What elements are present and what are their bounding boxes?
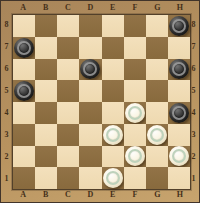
square-h2[interactable] xyxy=(168,146,190,168)
square-c1[interactable] xyxy=(57,167,79,189)
black-man-h4[interactable] xyxy=(169,103,189,123)
black-man-h8[interactable] xyxy=(169,16,189,36)
rank-label-6-left: 6 xyxy=(1,58,12,80)
file-label-d-top: D xyxy=(79,1,101,14)
black-man-a5[interactable] xyxy=(14,81,34,101)
square-c6[interactable] xyxy=(57,59,79,81)
square-f1[interactable] xyxy=(124,167,146,189)
square-d6[interactable] xyxy=(79,59,101,81)
square-g3[interactable] xyxy=(146,124,168,146)
square-h8[interactable] xyxy=(168,15,190,37)
white-man-f4[interactable] xyxy=(125,103,145,123)
square-a5[interactable] xyxy=(13,80,35,102)
square-h3[interactable] xyxy=(168,124,190,146)
square-a3[interactable] xyxy=(13,124,35,146)
square-b5[interactable] xyxy=(35,80,57,102)
square-a1[interactable] xyxy=(13,167,35,189)
square-a4[interactable] xyxy=(13,102,35,124)
square-h7[interactable] xyxy=(168,37,190,59)
square-e1[interactable] xyxy=(102,167,124,189)
square-b2[interactable] xyxy=(35,146,57,168)
square-h1[interactable] xyxy=(168,167,190,189)
square-b7[interactable] xyxy=(35,37,57,59)
square-c2[interactable] xyxy=(57,146,79,168)
white-man-h2[interactable] xyxy=(169,146,189,166)
square-f8[interactable] xyxy=(124,15,146,37)
square-e3[interactable] xyxy=(102,124,124,146)
square-g2[interactable] xyxy=(146,146,168,168)
square-e5[interactable] xyxy=(102,80,124,102)
square-a8[interactable] xyxy=(13,15,35,37)
square-f5[interactable] xyxy=(124,80,146,102)
white-man-e1[interactable] xyxy=(103,168,123,188)
black-man-a7[interactable] xyxy=(14,38,34,58)
square-f2[interactable] xyxy=(124,146,146,168)
square-b8[interactable] xyxy=(35,15,57,37)
checkers-board xyxy=(12,14,191,190)
rank-label-7-left: 7 xyxy=(1,36,12,58)
file-label-g-top: G xyxy=(146,1,168,14)
checkers-board-frame: ABCDEFGH ABCDEFGH 87654321 87654321 xyxy=(0,0,200,203)
file-label-h-top: H xyxy=(169,1,191,14)
square-b4[interactable] xyxy=(35,102,57,124)
square-h4[interactable] xyxy=(168,102,190,124)
square-e6[interactable] xyxy=(102,59,124,81)
rank-label-3-left: 3 xyxy=(1,124,12,146)
rank-label-8-left: 8 xyxy=(1,14,12,36)
square-f7[interactable] xyxy=(124,37,146,59)
square-c8[interactable] xyxy=(57,15,79,37)
square-g7[interactable] xyxy=(146,37,168,59)
rank-label-2-left: 2 xyxy=(1,146,12,168)
square-h5[interactable] xyxy=(168,80,190,102)
square-b1[interactable] xyxy=(35,167,57,189)
black-man-d6[interactable] xyxy=(80,59,100,79)
square-g5[interactable] xyxy=(146,80,168,102)
square-a2[interactable] xyxy=(13,146,35,168)
rank-label-5-left: 5 xyxy=(1,80,12,102)
file-label-f-top: F xyxy=(124,1,146,14)
square-g6[interactable] xyxy=(146,59,168,81)
square-f4[interactable] xyxy=(124,102,146,124)
square-c5[interactable] xyxy=(57,80,79,102)
rank-label-1-left: 1 xyxy=(1,168,12,190)
square-d3[interactable] xyxy=(79,124,101,146)
square-e7[interactable] xyxy=(102,37,124,59)
square-d1[interactable] xyxy=(79,167,101,189)
square-b3[interactable] xyxy=(35,124,57,146)
square-d5[interactable] xyxy=(79,80,101,102)
square-g8[interactable] xyxy=(146,15,168,37)
file-label-e-top: E xyxy=(102,1,124,14)
square-c7[interactable] xyxy=(57,37,79,59)
square-d2[interactable] xyxy=(79,146,101,168)
file-label-c-top: C xyxy=(57,1,79,14)
square-g1[interactable] xyxy=(146,167,168,189)
rank-labels-left: 87654321 xyxy=(1,14,12,190)
square-e8[interactable] xyxy=(102,15,124,37)
square-e2[interactable] xyxy=(102,146,124,168)
square-b6[interactable] xyxy=(35,59,57,81)
square-f3[interactable] xyxy=(124,124,146,146)
square-h6[interactable] xyxy=(168,59,190,81)
rank-label-4-left: 4 xyxy=(1,102,12,124)
square-c3[interactable] xyxy=(57,124,79,146)
square-d4[interactable] xyxy=(79,102,101,124)
white-man-e3[interactable] xyxy=(103,125,123,145)
square-c4[interactable] xyxy=(57,102,79,124)
file-label-b-top: B xyxy=(34,1,56,14)
square-e4[interactable] xyxy=(102,102,124,124)
square-f6[interactable] xyxy=(124,59,146,81)
square-a6[interactable] xyxy=(13,59,35,81)
file-labels-top: ABCDEFGH xyxy=(12,1,191,14)
white-man-g3[interactable] xyxy=(147,125,167,145)
file-label-a-top: A xyxy=(12,1,34,14)
square-g4[interactable] xyxy=(146,102,168,124)
square-d8[interactable] xyxy=(79,15,101,37)
square-d7[interactable] xyxy=(79,37,101,59)
white-man-f2[interactable] xyxy=(125,146,145,166)
black-man-h6[interactable] xyxy=(169,59,189,79)
square-a7[interactable] xyxy=(13,37,35,59)
